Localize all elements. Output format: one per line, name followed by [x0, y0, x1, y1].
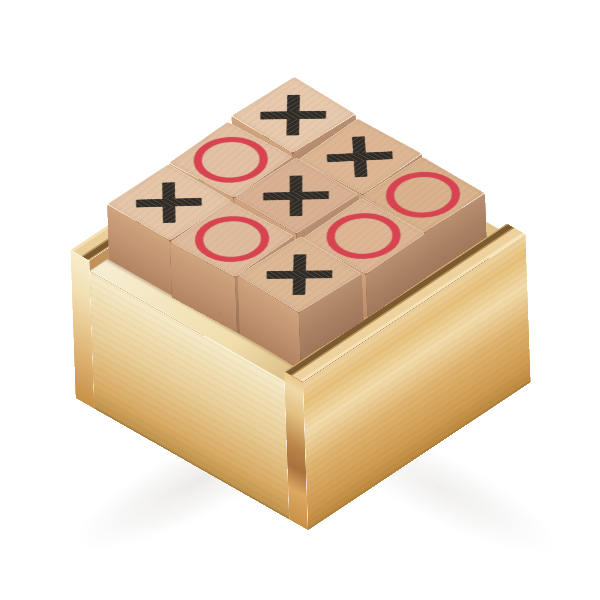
x-mark-stroke [267, 270, 333, 279]
x-mark-stroke [136, 197, 202, 207]
photo-stage [0, 0, 600, 600]
scene-rotation-wrapper [0, 0, 600, 600]
x-mark-stroke [260, 110, 326, 119]
x-mark-stroke [327, 151, 393, 162]
x-mark-stroke [263, 191, 329, 200]
